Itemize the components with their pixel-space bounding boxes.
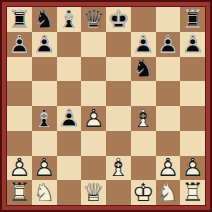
- piece-white-knight-outline: ♘: [32, 180, 57, 205]
- square-d7[interactable]: [81, 32, 106, 57]
- square-h2[interactable]: ♟♙: [180, 156, 205, 181]
- square-h4[interactable]: [180, 106, 205, 131]
- square-e7[interactable]: [106, 32, 131, 57]
- square-g7[interactable]: ♟♙: [156, 32, 181, 57]
- square-g1[interactable]: ♞♘: [156, 180, 181, 205]
- square-c1[interactable]: [57, 180, 82, 205]
- square-f6[interactable]: ♞♘: [131, 57, 156, 82]
- square-d8[interactable]: ♛♕: [81, 7, 106, 32]
- square-f1[interactable]: ♚♔: [131, 180, 156, 205]
- piece-white-rook-outline: ♖: [180, 180, 205, 205]
- piece-black-pawn-outline: ♙: [131, 32, 156, 57]
- square-a5[interactable]: [7, 81, 32, 106]
- square-g8[interactable]: [156, 7, 181, 32]
- square-c2[interactable]: [57, 156, 82, 181]
- square-h8[interactable]: ♜♖: [180, 7, 205, 32]
- square-f7[interactable]: ♟♙: [131, 32, 156, 57]
- piece-black-rook-outline: ♖: [180, 7, 205, 32]
- square-e2[interactable]: ♝♗: [106, 156, 131, 181]
- square-g4[interactable]: [156, 106, 181, 131]
- piece-black-rook-outline: ♖: [7, 7, 32, 32]
- piece-white-rook-outline: ♖: [7, 180, 32, 205]
- square-e6[interactable]: [106, 57, 131, 82]
- square-g6[interactable]: [156, 57, 181, 82]
- square-c7[interactable]: [57, 32, 82, 57]
- square-d2[interactable]: [81, 156, 106, 181]
- piece-black-pawn-outline: ♙: [7, 32, 32, 57]
- piece-white-pawn-outline: ♙: [7, 156, 32, 181]
- square-b7[interactable]: ♟♙: [32, 32, 57, 57]
- square-a1[interactable]: ♜♖: [7, 180, 32, 205]
- square-c3[interactable]: [57, 131, 82, 156]
- square-e5[interactable]: [106, 81, 131, 106]
- piece-black-knight-outline: ♘: [131, 57, 156, 82]
- square-c5[interactable]: [57, 81, 82, 106]
- chess-board: ♜♖♞♘♝♗♛♕♚♔♜♖♟♙♟♙♟♙♟♙♟♙♞♘♝♗♟♙♟♙♝♗♟♙♟♙♝♗♟♙…: [7, 7, 205, 205]
- piece-white-bishop-outline: ♗: [131, 106, 156, 131]
- square-h1[interactable]: ♜♖: [180, 180, 205, 205]
- piece-black-pawn-outline: ♙: [32, 32, 57, 57]
- square-g2[interactable]: ♟♙: [156, 156, 181, 181]
- piece-white-pawn-outline: ♙: [156, 156, 181, 181]
- square-d5[interactable]: [81, 81, 106, 106]
- square-e8[interactable]: ♚♔: [106, 7, 131, 32]
- piece-black-pawn-outline: ♙: [180, 32, 205, 57]
- square-e1[interactable]: [106, 180, 131, 205]
- piece-white-king-outline: ♔: [131, 180, 156, 205]
- square-h7[interactable]: ♟♙: [180, 32, 205, 57]
- square-b1[interactable]: ♞♘: [32, 180, 57, 205]
- square-b8[interactable]: ♞♘: [32, 7, 57, 32]
- square-d1[interactable]: ♛♕: [81, 180, 106, 205]
- square-h6[interactable]: [180, 57, 205, 82]
- square-a4[interactable]: [7, 106, 32, 131]
- square-a2[interactable]: ♟♙: [7, 156, 32, 181]
- square-c4[interactable]: ♟♙: [57, 106, 82, 131]
- piece-black-king-outline: ♔: [106, 7, 131, 32]
- square-f3[interactable]: [131, 131, 156, 156]
- square-e4[interactable]: [106, 106, 131, 131]
- piece-black-queen-outline: ♕: [81, 7, 106, 32]
- piece-white-knight-outline: ♘: [156, 180, 181, 205]
- square-f8[interactable]: [131, 7, 156, 32]
- square-f4[interactable]: ♝♗: [131, 106, 156, 131]
- square-e3[interactable]: [106, 131, 131, 156]
- square-d3[interactable]: [81, 131, 106, 156]
- square-g3[interactable]: [156, 131, 181, 156]
- square-a8[interactable]: ♜♖: [7, 7, 32, 32]
- square-g5[interactable]: [156, 81, 181, 106]
- square-b3[interactable]: [32, 131, 57, 156]
- square-f2[interactable]: [131, 156, 156, 181]
- square-b5[interactable]: [32, 81, 57, 106]
- square-a7[interactable]: ♟♙: [7, 32, 32, 57]
- square-a6[interactable]: [7, 57, 32, 82]
- piece-black-pawn-outline: ♙: [57, 106, 82, 131]
- piece-white-pawn-outline: ♙: [32, 156, 57, 181]
- piece-white-bishop-outline: ♗: [106, 156, 131, 181]
- piece-white-queen-outline: ♕: [81, 180, 106, 205]
- piece-black-bishop-outline: ♗: [32, 106, 57, 131]
- square-c6[interactable]: [57, 57, 82, 82]
- square-d4[interactable]: ♟♙: [81, 106, 106, 131]
- square-d6[interactable]: [81, 57, 106, 82]
- piece-black-bishop-outline: ♗: [57, 7, 82, 32]
- piece-white-pawn-outline: ♙: [180, 156, 205, 181]
- square-b4[interactable]: ♝♗: [32, 106, 57, 131]
- chess-board-frame: ♜♖♞♘♝♗♛♕♚♔♜♖♟♙♟♙♟♙♟♙♟♙♞♘♝♗♟♙♟♙♝♗♟♙♟♙♝♗♟♙…: [0, 0, 212, 212]
- square-c8[interactable]: ♝♗: [57, 7, 82, 32]
- square-a3[interactable]: [7, 131, 32, 156]
- square-b6[interactable]: [32, 57, 57, 82]
- square-h3[interactable]: [180, 131, 205, 156]
- piece-black-pawn-outline: ♙: [156, 32, 181, 57]
- square-f5[interactable]: [131, 81, 156, 106]
- piece-black-knight-outline: ♘: [32, 7, 57, 32]
- square-h5[interactable]: [180, 81, 205, 106]
- piece-white-pawn-outline: ♙: [81, 106, 106, 131]
- square-b2[interactable]: ♟♙: [32, 156, 57, 181]
